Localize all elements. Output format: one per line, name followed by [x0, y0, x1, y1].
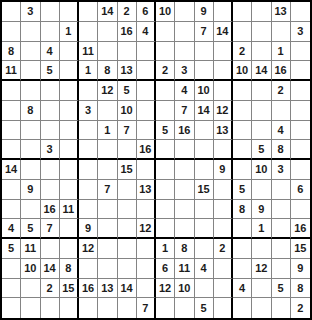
- cell-r16c13[interactable]: [233, 298, 252, 318]
- cell-r4c1[interactable]: 11: [2, 61, 21, 81]
- cell-r1c13[interactable]: [233, 2, 252, 22]
- cell-r8c5[interactable]: [79, 140, 98, 160]
- cell-r16c10[interactable]: [175, 298, 194, 318]
- cell-r15c15[interactable]: 5: [272, 279, 291, 299]
- cell-r3c8[interactable]: [137, 42, 156, 62]
- cell-r2c12[interactable]: 14: [214, 22, 233, 42]
- cell-r8c4[interactable]: [60, 140, 79, 160]
- cell-r11c16[interactable]: [291, 200, 310, 220]
- cell-r12c1[interactable]: 4: [2, 219, 21, 239]
- cell-r15c14[interactable]: [252, 279, 271, 299]
- cell-r2c4[interactable]: 1: [60, 22, 79, 42]
- cell-r11c7[interactable]: [118, 200, 137, 220]
- cell-r5c9[interactable]: [156, 81, 175, 101]
- cell-r15c1[interactable]: [2, 279, 21, 299]
- cell-r1c6[interactable]: 14: [98, 2, 117, 22]
- cell-r8c6[interactable]: [98, 140, 117, 160]
- cell-r1c5[interactable]: [79, 2, 98, 22]
- cell-r2c5[interactable]: [79, 22, 98, 42]
- cell-r7c14[interactable]: [252, 121, 271, 141]
- cell-r4c5[interactable]: 1: [79, 61, 98, 81]
- cell-r8c12[interactable]: [214, 140, 233, 160]
- cell-r3c11[interactable]: [195, 42, 214, 62]
- cell-r7c10[interactable]: 16: [175, 121, 194, 141]
- cell-r2c9[interactable]: [156, 22, 175, 42]
- cell-r1c8[interactable]: 6: [137, 2, 156, 22]
- sudoku-board: 3142610913116471438411211151813231014161…: [0, 0, 312, 320]
- cell-r12c13[interactable]: [233, 219, 252, 239]
- cell-r6c3[interactable]: [41, 101, 60, 121]
- cell-r11c8[interactable]: [137, 200, 156, 220]
- cell-r9c2[interactable]: [21, 160, 40, 180]
- cell-r5c13[interactable]: [233, 81, 252, 101]
- cell-r2c3[interactable]: [41, 22, 60, 42]
- cell-r13c6[interactable]: [98, 239, 117, 259]
- cell-r9c3[interactable]: [41, 160, 60, 180]
- cell-r16c7[interactable]: [118, 298, 137, 318]
- cell-r2c13[interactable]: [233, 22, 252, 42]
- cell-r9c5[interactable]: [79, 160, 98, 180]
- cell-r8c1[interactable]: [2, 140, 21, 160]
- cell-r10c2[interactable]: 9: [21, 180, 40, 200]
- cell-r6c12[interactable]: 12: [214, 101, 233, 121]
- cell-r11c14[interactable]: 9: [252, 200, 271, 220]
- cell-r8c10[interactable]: [175, 140, 194, 160]
- cell-r12c11[interactable]: [195, 219, 214, 239]
- cell-r15c9[interactable]: 12: [156, 279, 175, 299]
- cell-r15c16[interactable]: 8: [291, 279, 310, 299]
- cell-r16c4[interactable]: [60, 298, 79, 318]
- cell-r12c8[interactable]: 12: [137, 219, 156, 239]
- cell-r13c2[interactable]: 11: [21, 239, 40, 259]
- cell-r3c16[interactable]: [291, 42, 310, 62]
- cell-r16c16[interactable]: 2: [291, 298, 310, 318]
- cell-r16c9[interactable]: [156, 298, 175, 318]
- cell-r2c14[interactable]: [252, 22, 271, 42]
- cell-r3c7[interactable]: [118, 42, 137, 62]
- cell-r15c10[interactable]: 10: [175, 279, 194, 299]
- cell-r13c1[interactable]: 5: [2, 239, 21, 259]
- cell-r5c5[interactable]: [79, 81, 98, 101]
- cell-r8c3[interactable]: 3: [41, 140, 60, 160]
- cell-r9c15[interactable]: 3: [272, 160, 291, 180]
- cell-r8c7[interactable]: [118, 140, 137, 160]
- cell-r13c4[interactable]: [60, 239, 79, 259]
- cell-r4c7[interactable]: 13: [118, 61, 137, 81]
- cell-r9c6[interactable]: [98, 160, 117, 180]
- cell-r13c9[interactable]: 1: [156, 239, 175, 259]
- cell-r6c11[interactable]: 14: [195, 101, 214, 121]
- cell-r5c11[interactable]: 10: [195, 81, 214, 101]
- cell-r2c2[interactable]: [21, 22, 40, 42]
- cell-r6c2[interactable]: 8: [21, 101, 40, 121]
- cell-r5c14[interactable]: [252, 81, 271, 101]
- cell-r16c5[interactable]: [79, 298, 98, 318]
- cell-r11c15[interactable]: [272, 200, 291, 220]
- cell-r12c16[interactable]: 16: [291, 219, 310, 239]
- cell-r16c14[interactable]: [252, 298, 271, 318]
- cell-r12c9[interactable]: [156, 219, 175, 239]
- cell-r13c15[interactable]: [272, 239, 291, 259]
- cell-r11c10[interactable]: [175, 200, 194, 220]
- cell-r14c11[interactable]: 4: [195, 259, 214, 279]
- cell-r8c13[interactable]: [233, 140, 252, 160]
- cell-r6c10[interactable]: 7: [175, 101, 194, 121]
- cell-r9c8[interactable]: [137, 160, 156, 180]
- cell-r15c4[interactable]: 15: [60, 279, 79, 299]
- cell-r13c8[interactable]: [137, 239, 156, 259]
- cell-r4c13[interactable]: 10: [233, 61, 252, 81]
- cell-r12c6[interactable]: [98, 219, 117, 239]
- cell-r11c4[interactable]: 11: [60, 200, 79, 220]
- cell-r14c9[interactable]: 6: [156, 259, 175, 279]
- cell-r4c15[interactable]: 16: [272, 61, 291, 81]
- cell-r6c13[interactable]: [233, 101, 252, 121]
- cell-r14c16[interactable]: 9: [291, 259, 310, 279]
- cell-r6c15[interactable]: [272, 101, 291, 121]
- cell-r7c3[interactable]: [41, 121, 60, 141]
- cell-r7c9[interactable]: 5: [156, 121, 175, 141]
- cell-r4c3[interactable]: 5: [41, 61, 60, 81]
- cell-r2c8[interactable]: 4: [137, 22, 156, 42]
- cell-r13c7[interactable]: [118, 239, 137, 259]
- cell-r11c1[interactable]: [2, 200, 21, 220]
- cell-r12c7[interactable]: [118, 219, 137, 239]
- cell-r9c1[interactable]: 14: [2, 160, 21, 180]
- cell-r11c12[interactable]: [214, 200, 233, 220]
- cell-r11c5[interactable]: [79, 200, 98, 220]
- cell-r7c6[interactable]: 1: [98, 121, 117, 141]
- cell-r14c14[interactable]: 12: [252, 259, 271, 279]
- cell-r2c15[interactable]: [272, 22, 291, 42]
- cell-r7c13[interactable]: [233, 121, 252, 141]
- cell-r3c13[interactable]: 2: [233, 42, 252, 62]
- cell-r10c14[interactable]: [252, 180, 271, 200]
- cell-r14c2[interactable]: 10: [21, 259, 40, 279]
- cell-r16c6[interactable]: [98, 298, 117, 318]
- cell-r8c16[interactable]: [291, 140, 310, 160]
- cell-r3c12[interactable]: [214, 42, 233, 62]
- cell-r15c13[interactable]: 4: [233, 279, 252, 299]
- cell-r6c7[interactable]: 10: [118, 101, 137, 121]
- cell-r15c12[interactable]: [214, 279, 233, 299]
- cell-r7c2[interactable]: [21, 121, 40, 141]
- cell-r8c15[interactable]: 8: [272, 140, 291, 160]
- cell-r12c5[interactable]: 9: [79, 219, 98, 239]
- cell-r6c14[interactable]: [252, 101, 271, 121]
- cell-r2c1[interactable]: [2, 22, 21, 42]
- cell-r12c4[interactable]: [60, 219, 79, 239]
- cell-r11c13[interactable]: 8: [233, 200, 252, 220]
- cell-r13c12[interactable]: 2: [214, 239, 233, 259]
- cell-r4c4[interactable]: [60, 61, 79, 81]
- cell-r10c15[interactable]: [272, 180, 291, 200]
- cell-r6c6[interactable]: [98, 101, 117, 121]
- cell-r13c11[interactable]: [195, 239, 214, 259]
- cell-r3c6[interactable]: [98, 42, 117, 62]
- cell-r6c4[interactable]: [60, 101, 79, 121]
- cell-r4c14[interactable]: 14: [252, 61, 271, 81]
- cell-r16c8[interactable]: 7: [137, 298, 156, 318]
- cell-r11c9[interactable]: [156, 200, 175, 220]
- cell-r1c15[interactable]: 13: [272, 2, 291, 22]
- cell-r1c10[interactable]: [175, 2, 194, 22]
- cell-r12c10[interactable]: [175, 219, 194, 239]
- cell-r9c12[interactable]: 9: [214, 160, 233, 180]
- cell-r13c3[interactable]: [41, 239, 60, 259]
- cell-r9c4[interactable]: [60, 160, 79, 180]
- cell-r10c7[interactable]: [118, 180, 137, 200]
- cell-r9c14[interactable]: 10: [252, 160, 271, 180]
- cell-r16c11[interactable]: 5: [195, 298, 214, 318]
- cell-r3c3[interactable]: 4: [41, 42, 60, 62]
- cell-r3c4[interactable]: [60, 42, 79, 62]
- cell-r5c15[interactable]: 2: [272, 81, 291, 101]
- cell-r1c14[interactable]: [252, 2, 271, 22]
- cell-r1c16[interactable]: [291, 2, 310, 22]
- cell-r5c12[interactable]: [214, 81, 233, 101]
- cell-r14c6[interactable]: [98, 259, 117, 279]
- cell-r7c1[interactable]: [2, 121, 21, 141]
- cell-r5c2[interactable]: [21, 81, 40, 101]
- cell-r7c7[interactable]: 7: [118, 121, 137, 141]
- cell-r15c5[interactable]: 16: [79, 279, 98, 299]
- cell-r11c2[interactable]: [21, 200, 40, 220]
- cell-r5c1[interactable]: [2, 81, 21, 101]
- cell-r7c15[interactable]: 4: [272, 121, 291, 141]
- cell-r8c8[interactable]: 16: [137, 140, 156, 160]
- cell-r14c13[interactable]: [233, 259, 252, 279]
- cell-r16c12[interactable]: [214, 298, 233, 318]
- cell-r14c5[interactable]: [79, 259, 98, 279]
- cell-r4c11[interactable]: [195, 61, 214, 81]
- cell-r10c9[interactable]: [156, 180, 175, 200]
- cell-r6c16[interactable]: [291, 101, 310, 121]
- cell-r10c8[interactable]: 13: [137, 180, 156, 200]
- cell-r8c2[interactable]: [21, 140, 40, 160]
- cell-r14c12[interactable]: [214, 259, 233, 279]
- cell-r5c4[interactable]: [60, 81, 79, 101]
- cell-r7c11[interactable]: [195, 121, 214, 141]
- cell-r4c12[interactable]: [214, 61, 233, 81]
- cell-r1c11[interactable]: 9: [195, 2, 214, 22]
- cell-r10c4[interactable]: [60, 180, 79, 200]
- cell-r4c16[interactable]: [291, 61, 310, 81]
- cell-r2c11[interactable]: 7: [195, 22, 214, 42]
- cell-r10c1[interactable]: [2, 180, 21, 200]
- cell-r14c10[interactable]: 11: [175, 259, 194, 279]
- cell-r15c11[interactable]: [195, 279, 214, 299]
- cell-r15c7[interactable]: 14: [118, 279, 137, 299]
- cell-r14c3[interactable]: 14: [41, 259, 60, 279]
- cell-r2c16[interactable]: 3: [291, 22, 310, 42]
- cell-r7c4[interactable]: [60, 121, 79, 141]
- cell-r10c6[interactable]: 7: [98, 180, 117, 200]
- cell-r16c1[interactable]: [2, 298, 21, 318]
- cell-r14c4[interactable]: 8: [60, 259, 79, 279]
- cell-r10c10[interactable]: [175, 180, 194, 200]
- cell-r14c8[interactable]: [137, 259, 156, 279]
- cell-r15c8[interactable]: [137, 279, 156, 299]
- cell-r8c9[interactable]: [156, 140, 175, 160]
- cell-r12c2[interactable]: 5: [21, 219, 40, 239]
- cell-r1c3[interactable]: [41, 2, 60, 22]
- cell-r3c9[interactable]: [156, 42, 175, 62]
- cell-r13c16[interactable]: 15: [291, 239, 310, 259]
- cell-r13c5[interactable]: 12: [79, 239, 98, 259]
- cell-r12c3[interactable]: 7: [41, 219, 60, 239]
- cell-r7c12[interactable]: 13: [214, 121, 233, 141]
- cell-r16c15[interactable]: [272, 298, 291, 318]
- cell-r1c7[interactable]: 2: [118, 2, 137, 22]
- cell-r12c12[interactable]: [214, 219, 233, 239]
- cell-r5c6[interactable]: 12: [98, 81, 117, 101]
- cell-r5c16[interactable]: [291, 81, 310, 101]
- cell-r14c7[interactable]: [118, 259, 137, 279]
- cell-r9c16[interactable]: [291, 160, 310, 180]
- cell-r4c10[interactable]: 3: [175, 61, 194, 81]
- cell-r4c8[interactable]: [137, 61, 156, 81]
- cell-r6c9[interactable]: [156, 101, 175, 121]
- cell-r3c2[interactable]: [21, 42, 40, 62]
- cell-r3c15[interactable]: 1: [272, 42, 291, 62]
- cell-r14c15[interactable]: [272, 259, 291, 279]
- cell-r8c14[interactable]: 5: [252, 140, 271, 160]
- cell-r10c16[interactable]: 6: [291, 180, 310, 200]
- cell-r7c8[interactable]: [137, 121, 156, 141]
- cell-r11c3[interactable]: 16: [41, 200, 60, 220]
- cell-r7c16[interactable]: [291, 121, 310, 141]
- cell-r4c9[interactable]: 2: [156, 61, 175, 81]
- cell-r4c2[interactable]: [21, 61, 40, 81]
- cell-r13c13[interactable]: [233, 239, 252, 259]
- cell-r9c10[interactable]: [175, 160, 194, 180]
- cell-r6c1[interactable]: [2, 101, 21, 121]
- cell-r16c2[interactable]: [21, 298, 40, 318]
- cell-r15c2[interactable]: [21, 279, 40, 299]
- cell-r7c5[interactable]: [79, 121, 98, 141]
- cell-r13c10[interactable]: 8: [175, 239, 194, 259]
- cell-r6c8[interactable]: [137, 101, 156, 121]
- cell-r2c7[interactable]: 16: [118, 22, 137, 42]
- cell-r10c3[interactable]: [41, 180, 60, 200]
- cell-r5c10[interactable]: 4: [175, 81, 194, 101]
- cell-r2c10[interactable]: [175, 22, 194, 42]
- cell-r1c2[interactable]: 3: [21, 2, 40, 22]
- cell-r5c8[interactable]: [137, 81, 156, 101]
- cell-r10c13[interactable]: 5: [233, 180, 252, 200]
- cell-r6c5[interactable]: 3: [79, 101, 98, 121]
- cell-r10c5[interactable]: [79, 180, 98, 200]
- cell-r9c9[interactable]: [156, 160, 175, 180]
- cell-r3c14[interactable]: [252, 42, 271, 62]
- cell-r9c13[interactable]: [233, 160, 252, 180]
- cell-r5c3[interactable]: [41, 81, 60, 101]
- cell-r10c11[interactable]: 15: [195, 180, 214, 200]
- cell-r4c6[interactable]: 8: [98, 61, 117, 81]
- cell-r9c11[interactable]: [195, 160, 214, 180]
- cell-r15c3[interactable]: 2: [41, 279, 60, 299]
- cell-r8c11[interactable]: [195, 140, 214, 160]
- cell-r1c1[interactable]: [2, 2, 21, 22]
- cell-r1c4[interactable]: [60, 2, 79, 22]
- cell-r16c3[interactable]: [41, 298, 60, 318]
- cell-r3c1[interactable]: 8: [2, 42, 21, 62]
- cell-r1c12[interactable]: [214, 2, 233, 22]
- cell-r1c9[interactable]: 10: [156, 2, 175, 22]
- sudoku-puzzle: 3142610913116471438411211151813231014161…: [0, 0, 312, 320]
- cell-r13c14[interactable]: [252, 239, 271, 259]
- cell-r15c6[interactable]: 13: [98, 279, 117, 299]
- cell-r3c5[interactable]: 11: [79, 42, 98, 62]
- cell-r9c7[interactable]: 15: [118, 160, 137, 180]
- cell-r14c1[interactable]: [2, 259, 21, 279]
- cell-r12c14[interactable]: 1: [252, 219, 271, 239]
- cell-r5c7[interactable]: 5: [118, 81, 137, 101]
- cell-r11c11[interactable]: [195, 200, 214, 220]
- cell-r11c6[interactable]: [98, 200, 117, 220]
- cell-r12c15[interactable]: [272, 219, 291, 239]
- cell-r2c6[interactable]: [98, 22, 117, 42]
- cell-r3c10[interactable]: [175, 42, 194, 62]
- cell-r10c12[interactable]: [214, 180, 233, 200]
